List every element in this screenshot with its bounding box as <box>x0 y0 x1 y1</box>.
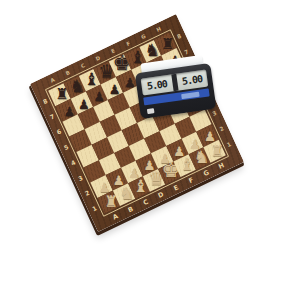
clock-left-display: 5.00 <box>141 74 174 95</box>
chess-clock: 5.00 5.00 <box>134 54 217 119</box>
clock-right-display: 5.00 <box>176 70 209 91</box>
clock-logo <box>147 108 155 114</box>
chess-board: ♜♞♝♛♚♝♞♜♟♟♟♟♟♟♟♟♟♟♟♟♟♟♟♟♜♞♝♛♚♝♞♜ ABCDEFG… <box>30 14 244 232</box>
clock-right-time: 5.00 <box>181 73 202 87</box>
clock-band-chip <box>181 91 200 98</box>
clock-left-time: 5.00 <box>146 78 167 92</box>
chess-set-photo: ♜♞♝♛♚♝♞♜♟♟♟♟♟♟♟♟♟♟♟♟♟♟♟♟♜♞♝♛♚♝♞♜ ABCDEFG… <box>0 0 285 285</box>
